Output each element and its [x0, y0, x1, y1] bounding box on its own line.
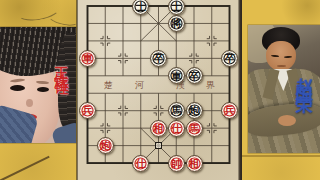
last-move-marker: [155, 142, 162, 149]
piece-black-advisor[interactable]: 士: [168, 0, 185, 15]
right-player-hand: [278, 115, 296, 126]
piece-character: 卒: [224, 53, 235, 64]
board-panel-left-edge: [76, 0, 78, 180]
piece-red-advisor[interactable]: 仕: [132, 155, 149, 172]
piece-character: 車: [171, 70, 182, 81]
piece-character: 仕: [136, 157, 147, 168]
piece-character: 兵: [82, 105, 93, 116]
left-player-eye: [37, 87, 49, 92]
river-label-right: 漢界: [176, 79, 236, 92]
video-frame: 王铁锤 楚河 漢界 士士將卒卒車卒馬炮車兵兵相仕馬炮仕帥相 赵国荣: [0, 0, 320, 180]
piece-red-advisor[interactable]: 仕: [168, 120, 185, 137]
piece-black-advisor[interactable]: 士: [132, 0, 149, 15]
piece-black-cannon[interactable]: 炮: [186, 102, 203, 119]
piece-black-soldier[interactable]: 卒: [186, 67, 203, 84]
piece-red-elephant[interactable]: 相: [186, 155, 203, 172]
piece-character: 炮: [189, 105, 200, 116]
piece-character: 士: [171, 0, 182, 11]
xiangqi-board: 楚河 漢界 士士將卒卒車卒馬炮車兵兵相仕馬炮仕帥相: [77, 0, 240, 180]
piece-black-horse[interactable]: 馬: [168, 102, 185, 119]
left-player-photo: [0, 27, 76, 143]
piece-character: 馬: [189, 122, 200, 133]
piece-black-soldier[interactable]: 卒: [150, 50, 167, 67]
piece-red-chariot[interactable]: 車: [79, 50, 96, 67]
piece-character: 士: [136, 0, 147, 11]
piece-red-horse[interactable]: 馬: [186, 120, 203, 137]
piece-black-chariot[interactable]: 車: [168, 67, 185, 84]
piece-black-soldier[interactable]: 卒: [221, 50, 238, 67]
right-player-mouth: [277, 65, 286, 67]
piece-character: 帥: [171, 157, 182, 168]
piece-red-elephant[interactable]: 相: [150, 120, 167, 137]
piece-red-cannon[interactable]: 炮: [97, 137, 114, 154]
piece-character: 馬: [171, 105, 182, 116]
piece-red-general[interactable]: 帥: [168, 155, 185, 172]
piece-character: 將: [171, 18, 182, 29]
piece-black-general[interactable]: 將: [168, 15, 185, 32]
left-player-hair: [58, 33, 76, 129]
piece-character: 兵: [224, 105, 235, 116]
board-panel-shadow-edge: [238, 0, 242, 180]
table-edge: [242, 155, 320, 157]
river-label-left: 楚河: [104, 79, 166, 92]
left-player-name: 王铁锤: [53, 55, 71, 76]
piece-character: 車: [82, 53, 93, 64]
left-player-nose: [26, 99, 33, 107]
piece-character: 相: [189, 157, 200, 168]
piece-character: 相: [153, 122, 164, 133]
piece-character: 炮: [100, 140, 111, 151]
piece-character: 仕: [171, 122, 182, 133]
right-player-name: 赵国荣: [294, 64, 317, 91]
piece-character: 卒: [189, 70, 200, 81]
left-player-eye: [10, 85, 25, 91]
piece-character: 卒: [153, 53, 164, 64]
